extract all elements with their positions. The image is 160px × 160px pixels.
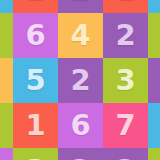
tile-number: 3: [0, 111, 1, 140]
tile-number: 6: [25, 21, 45, 50]
tile-r4c1[interactable]: 3: [13, 148, 58, 160]
tile-r2c3[interactable]: 3: [103, 58, 148, 103]
tile-number: 2: [115, 21, 135, 50]
tile-number: 5: [0, 0, 1, 5]
tile-r0c2[interactable]: 2: [58, 0, 103, 13]
tile-number: 3: [115, 66, 135, 95]
tile-number: 1: [25, 0, 45, 5]
tile-r3c0[interactable]: 3: [0, 103, 13, 148]
tile-number: 2: [70, 0, 90, 5]
tile-r0c0[interactable]: 5: [0, 0, 13, 13]
tile-r0c4[interactable]: 5: [148, 0, 160, 13]
tile-number: 3: [0, 21, 1, 50]
tile-r0c1[interactable]: 1: [13, 0, 58, 13]
tile-number: 7: [115, 111, 135, 140]
tile-number: 4: [70, 21, 90, 50]
board-grid: 5121536423452323167563223: [0, 0, 160, 160]
tile-r0c3[interactable]: 1: [103, 0, 148, 13]
game-viewport: 5121536423452323167563223: [0, 0, 160, 160]
tile-number: 4: [0, 66, 1, 95]
tile-r1c3[interactable]: 2: [103, 13, 148, 58]
tile-r2c0[interactable]: 4: [0, 58, 13, 103]
tile-number: 2: [70, 156, 90, 160]
tile-r3c1[interactable]: 1: [13, 103, 58, 148]
tile-r3c2[interactable]: 6: [58, 103, 103, 148]
tile-r4c2[interactable]: 2: [58, 148, 103, 160]
tile-r4c0[interactable]: 6: [0, 148, 13, 160]
tile-r1c1[interactable]: 6: [13, 13, 58, 58]
tile-r2c1[interactable]: 5: [13, 58, 58, 103]
tile-r4c3[interactable]: 2: [103, 148, 148, 160]
tile-r2c4[interactable]: 2: [148, 58, 160, 103]
tile-r1c4[interactable]: 3: [148, 13, 160, 58]
tile-number: 2: [115, 156, 135, 160]
tile-r3c4[interactable]: 5: [148, 103, 160, 148]
tile-number: 5: [25, 66, 45, 95]
tile-number: 3: [25, 156, 45, 160]
tile-number: 1: [25, 111, 45, 140]
tile-number: 6: [0, 156, 1, 160]
tile-number: 2: [70, 66, 90, 95]
tile-r4c4[interactable]: 3: [148, 148, 160, 160]
tile-r2c2[interactable]: 2: [58, 58, 103, 103]
tile-number: 1: [115, 0, 135, 5]
tile-r1c2[interactable]: 4: [58, 13, 103, 58]
tile-r3c3[interactable]: 7: [103, 103, 148, 148]
tile-r1c0[interactable]: 3: [0, 13, 13, 58]
tile-number: 6: [70, 111, 90, 140]
